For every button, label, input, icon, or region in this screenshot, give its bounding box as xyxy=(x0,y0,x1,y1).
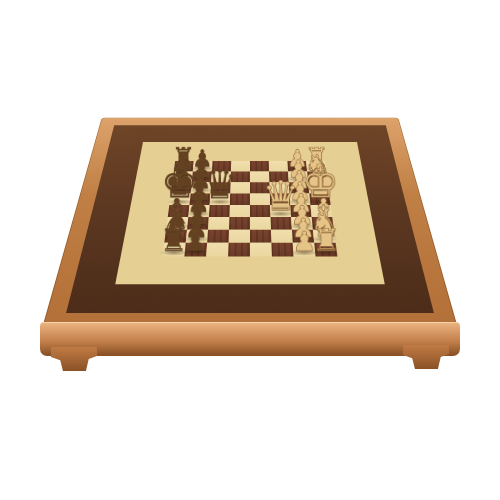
piece-white-rook-a1[interactable]: ♜ xyxy=(313,224,341,255)
square-a4[interactable] xyxy=(250,243,272,257)
piece-black-pawn-a7[interactable]: ♟ xyxy=(183,228,207,255)
square-h3[interactable] xyxy=(269,161,288,171)
square-c6[interactable] xyxy=(208,217,229,230)
square-b6[interactable] xyxy=(207,230,229,243)
chess-set-photo: ♜♟♟♜♞♟♟♞♝♟♟♝♚♟♛♟♚♟♛♟♝♟♟♝♞♟♟♞♜♟♟♜ xyxy=(0,0,500,500)
square-c5[interactable] xyxy=(229,217,250,230)
square-a5[interactable] xyxy=(228,243,250,257)
board-frame: ♜♟♟♜♞♟♟♞♝♟♟♝♚♟♛♟♚♟♛♟♝♟♟♝♞♟♟♞♜♟♟♜ xyxy=(42,118,457,327)
square-e6[interactable]: ♛ xyxy=(210,193,231,205)
board-3d-top: ♜♟♟♜♞♟♟♞♝♟♟♝♚♟♛♟♚♟♛♟♝♟♟♝♞♟♟♞♜♟♟♜ xyxy=(42,118,457,327)
square-a3[interactable] xyxy=(271,243,293,257)
bracket-foot-left xyxy=(51,347,97,371)
chess-board: ♜♟♟♜♞♟♟♞♝♟♟♝♚♟♛♟♚♟♛♟♝♟♟♝♞♟♟♞♜♟♟♜ xyxy=(163,161,338,256)
square-c3[interactable] xyxy=(271,217,292,230)
square-d3[interactable]: ♛ xyxy=(270,205,291,217)
square-d6[interactable] xyxy=(209,205,230,217)
square-b4[interactable] xyxy=(250,230,271,243)
square-c4[interactable] xyxy=(250,217,271,230)
bracket-foot-right xyxy=(403,345,449,369)
square-b5[interactable] xyxy=(229,230,250,243)
square-h4[interactable] xyxy=(250,161,269,171)
square-d5[interactable] xyxy=(229,205,250,217)
square-b3[interactable] xyxy=(271,230,293,243)
square-a7[interactable]: ♟ xyxy=(184,243,207,257)
maple-inlay-line: ♜♟♟♜♞♟♟♞♝♟♟♝♚♟♛♟♚♟♛♟♝♟♟♝♞♟♟♞♜♟♟♜ xyxy=(115,142,385,284)
walnut-border: ♜♟♟♜♞♟♟♞♝♟♟♝♚♟♛♟♚♟♛♟♝♟♟♝♞♟♟♞♜♟♟♜ xyxy=(66,125,434,313)
square-a1[interactable]: ♜ xyxy=(314,243,337,257)
board-front-edge xyxy=(40,322,460,356)
square-a6[interactable] xyxy=(206,243,228,257)
